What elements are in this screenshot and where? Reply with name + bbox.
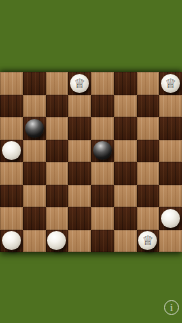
board-square[interactable] bbox=[46, 162, 69, 185]
board-square[interactable] bbox=[68, 117, 91, 140]
board-square[interactable] bbox=[46, 117, 69, 140]
board-square[interactable] bbox=[159, 117, 182, 140]
white-piece[interactable] bbox=[2, 231, 21, 250]
black-piece[interactable] bbox=[25, 119, 44, 138]
crown-icon: ♕ bbox=[142, 231, 154, 250]
board-square[interactable] bbox=[114, 230, 137, 253]
board-square[interactable] bbox=[23, 185, 46, 208]
board-square[interactable] bbox=[137, 72, 160, 95]
checkers-board: ♕♕♕ bbox=[0, 72, 182, 252]
board-square[interactable] bbox=[0, 95, 23, 118]
white-piece[interactable] bbox=[2, 141, 21, 160]
board-square[interactable] bbox=[68, 140, 91, 163]
board-square[interactable] bbox=[159, 162, 182, 185]
board-square[interactable] bbox=[68, 95, 91, 118]
board-square[interactable] bbox=[91, 185, 114, 208]
board-square[interactable] bbox=[91, 162, 114, 185]
board-square[interactable] bbox=[0, 207, 23, 230]
crown-icon: ♕ bbox=[74, 73, 86, 92]
board-square[interactable] bbox=[137, 140, 160, 163]
board-square[interactable] bbox=[0, 140, 23, 163]
board-square[interactable] bbox=[114, 207, 137, 230]
board-square[interactable] bbox=[68, 207, 91, 230]
board-square[interactable] bbox=[23, 140, 46, 163]
board-square[interactable] bbox=[114, 162, 137, 185]
crown-icon: ♕ bbox=[165, 73, 177, 92]
board-square[interactable] bbox=[159, 230, 182, 253]
board-square[interactable] bbox=[0, 162, 23, 185]
board-square[interactable] bbox=[23, 230, 46, 253]
board-square[interactable] bbox=[137, 162, 160, 185]
board-square[interactable] bbox=[137, 95, 160, 118]
board-square[interactable] bbox=[23, 162, 46, 185]
white-piece[interactable] bbox=[161, 209, 180, 228]
board-square[interactable] bbox=[91, 117, 114, 140]
board-square[interactable] bbox=[46, 230, 69, 253]
board-square[interactable] bbox=[91, 207, 114, 230]
board-square[interactable] bbox=[137, 117, 160, 140]
board-square[interactable] bbox=[91, 140, 114, 163]
white-piece[interactable] bbox=[47, 231, 66, 250]
board-square[interactable] bbox=[0, 185, 23, 208]
board-square[interactable]: ♕ bbox=[159, 72, 182, 95]
board-square[interactable] bbox=[46, 207, 69, 230]
board-square[interactable] bbox=[0, 230, 23, 253]
board-square[interactable] bbox=[91, 95, 114, 118]
board-square[interactable] bbox=[159, 140, 182, 163]
board-square[interactable] bbox=[137, 185, 160, 208]
board-square[interactable] bbox=[0, 72, 23, 95]
board-square[interactable] bbox=[114, 117, 137, 140]
board-square[interactable] bbox=[23, 207, 46, 230]
white-king-piece[interactable]: ♕ bbox=[161, 74, 180, 93]
board-square[interactable] bbox=[23, 72, 46, 95]
board-square[interactable] bbox=[91, 72, 114, 95]
board-square[interactable] bbox=[0, 117, 23, 140]
white-king-piece[interactable]: ♕ bbox=[70, 74, 89, 93]
board-square[interactable]: ♕ bbox=[137, 230, 160, 253]
board-square[interactable] bbox=[46, 185, 69, 208]
app-screen: ♕♕♕ i bbox=[0, 0, 182, 323]
board-square[interactable] bbox=[159, 95, 182, 118]
info-button[interactable]: i bbox=[164, 300, 179, 315]
board-square[interactable] bbox=[46, 95, 69, 118]
info-icon: i bbox=[170, 302, 173, 313]
white-king-piece[interactable]: ♕ bbox=[138, 231, 157, 250]
board-square[interactable]: ♕ bbox=[68, 72, 91, 95]
board-square[interactable] bbox=[114, 185, 137, 208]
board-square[interactable] bbox=[68, 162, 91, 185]
board-square[interactable] bbox=[91, 230, 114, 253]
board-square[interactable] bbox=[46, 140, 69, 163]
board-square[interactable] bbox=[23, 95, 46, 118]
board-square[interactable] bbox=[159, 185, 182, 208]
board-square[interactable] bbox=[23, 117, 46, 140]
board-square[interactable] bbox=[68, 230, 91, 253]
board-square[interactable] bbox=[46, 72, 69, 95]
board-square[interactable] bbox=[137, 207, 160, 230]
board-square[interactable] bbox=[114, 72, 137, 95]
board-square[interactable] bbox=[68, 185, 91, 208]
board-square[interactable] bbox=[114, 95, 137, 118]
board-square[interactable] bbox=[159, 207, 182, 230]
board-square[interactable] bbox=[114, 140, 137, 163]
black-piece[interactable] bbox=[93, 141, 112, 160]
